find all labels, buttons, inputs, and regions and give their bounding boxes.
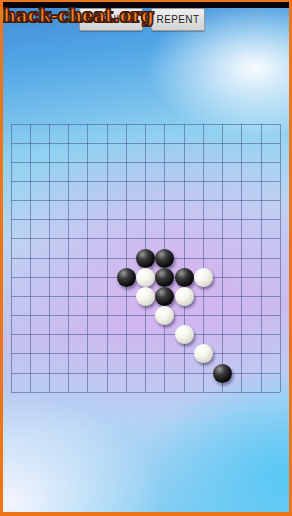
repent-button[interactable]: REPENT [151,8,205,31]
grid-line-vertical [280,124,281,392]
grid-line-horizontal [11,315,280,316]
grid-line-vertical [222,124,223,392]
black-stone [213,364,232,383]
grid-line-horizontal [11,392,280,393]
black-stone [136,249,155,268]
grid-line-horizontal [11,353,280,354]
white-stone [194,268,213,287]
app-window: OPENING REPENT hack-cheat.org [0,0,292,516]
screen-background: OPENING REPENT hack-cheat.org [3,2,289,512]
white-stone [136,268,155,287]
white-stone [155,306,174,325]
white-stone [136,287,155,306]
grid-line-horizontal [11,334,280,335]
gomoku-board[interactable] [11,124,280,392]
white-stone [175,287,194,306]
black-stone [117,268,136,287]
white-stone [175,325,194,344]
black-stone [155,287,174,306]
white-stone [194,344,213,363]
grid-line-horizontal [11,373,280,374]
black-stone [175,268,194,287]
watermark-text: hack-cheat.org [3,5,154,27]
grid-line-vertical [261,124,262,392]
black-stone [155,249,174,268]
black-stone [155,268,174,287]
grid-line-vertical [184,124,185,392]
grid-line-vertical [241,124,242,392]
